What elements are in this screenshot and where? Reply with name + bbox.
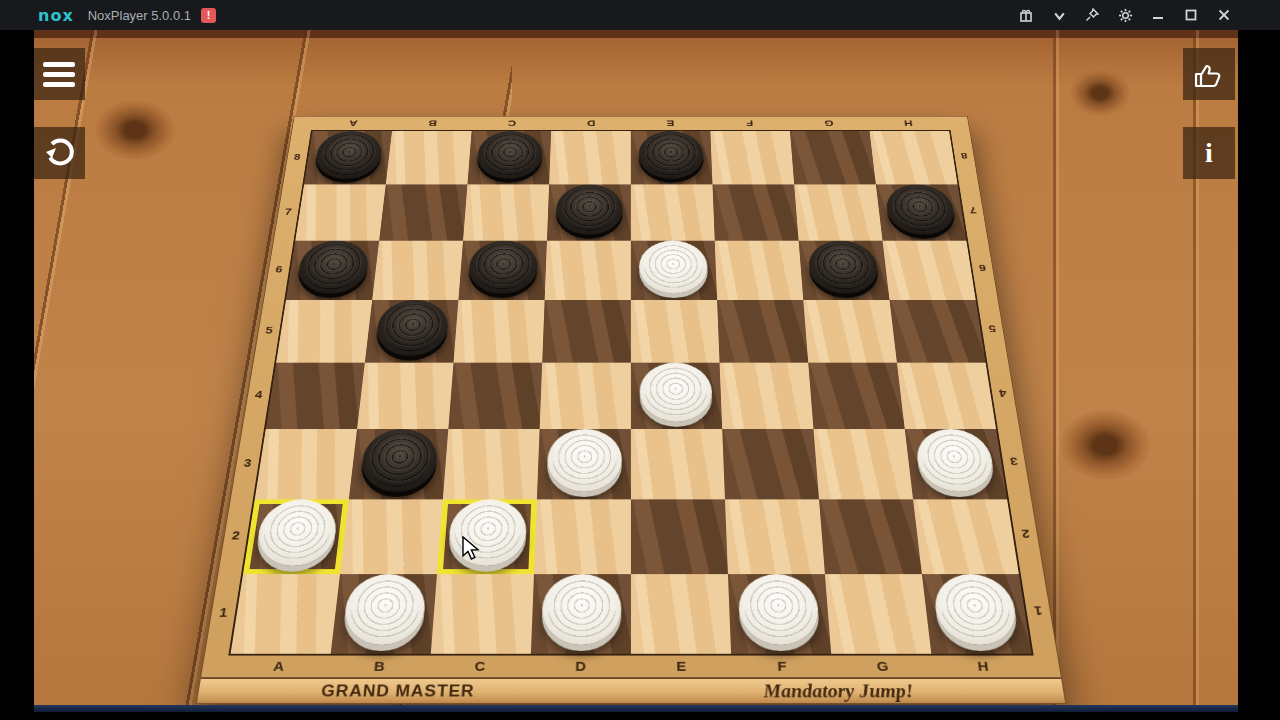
col-label-bottom-A: A: [227, 656, 331, 678]
col-label-bottom-C: C: [429, 656, 531, 678]
checker-white[interactable]: [254, 499, 340, 565]
square-d6[interactable]: [545, 241, 631, 300]
menu-button[interactable]: [33, 48, 85, 100]
square-h1[interactable]: [922, 574, 1032, 654]
settings-gear-icon[interactable]: [1117, 7, 1133, 23]
square-d2[interactable]: [534, 499, 631, 574]
square-b3[interactable]: [349, 429, 449, 499]
letterbox-right: [1238, 30, 1280, 720]
checker-black[interactable]: [884, 184, 957, 234]
checker-black[interactable]: [313, 131, 384, 178]
noxplayer-window: nox NoxPlayer 5.0.0.1 !: [0, 0, 1280, 720]
checker-white[interactable]: [447, 499, 528, 565]
square-g5[interactable]: [803, 300, 897, 363]
wood-knot: [95, 100, 175, 160]
checker-white[interactable]: [541, 574, 621, 645]
hamburger-icon: [43, 62, 75, 87]
square-c5[interactable]: [454, 300, 545, 363]
rotate-replay-icon: [42, 136, 76, 170]
col-label-bottom-G: G: [831, 656, 934, 678]
square-e6[interactable]: [631, 241, 717, 300]
checker-black[interactable]: [359, 429, 439, 492]
title-bar: nox NoxPlayer 5.0.0.1 !: [0, 0, 1280, 30]
gift-icon[interactable]: [1018, 7, 1034, 23]
wood-knot: [1070, 70, 1130, 116]
square-f1[interactable]: [728, 574, 831, 654]
square-b6[interactable]: [372, 241, 463, 300]
letterbox-bottom: [0, 712, 1280, 720]
checkers-board: ABCDEFGH 87654321 87654321 ABCDEFGH GRAN…: [196, 116, 1064, 702]
square-d7[interactable]: [547, 184, 631, 240]
column-labels-bottom: ABCDEFGH: [201, 656, 1061, 678]
square-a8[interactable]: [304, 131, 392, 184]
square-h8[interactable]: [870, 131, 958, 184]
square-c4[interactable]: [448, 363, 542, 429]
col-label-bottom-D: D: [530, 656, 631, 678]
checker-black[interactable]: [807, 241, 880, 294]
col-label-top-E: E: [631, 117, 711, 130]
close-button[interactable]: [1216, 7, 1232, 23]
square-a2[interactable]: [243, 499, 349, 574]
square-c6[interactable]: [458, 241, 547, 300]
square-f4[interactable]: [720, 363, 814, 429]
square-a4[interactable]: [266, 363, 365, 429]
window-title: NoxPlayer 5.0.0.1: [88, 8, 191, 23]
square-a3[interactable]: [255, 429, 357, 499]
square-f7[interactable]: [712, 184, 798, 240]
square-f3[interactable]: [722, 429, 819, 499]
square-c3[interactable]: [443, 429, 540, 499]
frame-corner: [292, 117, 314, 130]
square-g4[interactable]: [808, 363, 905, 429]
checker-white[interactable]: [639, 241, 708, 294]
square-f8[interactable]: [710, 131, 794, 184]
square-h6[interactable]: [882, 241, 975, 300]
square-e8[interactable]: [631, 131, 713, 184]
col-label-bottom-E: E: [631, 656, 732, 678]
col-label-top-F: F: [710, 117, 790, 130]
square-a1[interactable]: [231, 574, 340, 654]
square-c8[interactable]: [467, 131, 551, 184]
difficulty-label: GRAND MASTER: [320, 681, 475, 701]
col-label-top-C: C: [472, 117, 552, 130]
like-button[interactable]: [1183, 48, 1235, 100]
square-b2[interactable]: [340, 499, 443, 574]
checker-black[interactable]: [295, 241, 370, 294]
letterbox-left: [0, 30, 34, 720]
nox-logo: nox: [38, 6, 74, 25]
square-e3[interactable]: [631, 429, 725, 499]
square-c7[interactable]: [463, 184, 549, 240]
col-label-bottom-F: F: [731, 656, 833, 678]
mandatory-jump-message: Mandatory Jump!: [763, 681, 915, 702]
column-labels-top: ABCDEFGH: [292, 117, 969, 130]
square-g3[interactable]: [813, 429, 913, 499]
col-label-top-D: D: [551, 117, 631, 130]
replay-button[interactable]: [33, 127, 85, 179]
square-c1[interactable]: [431, 574, 534, 654]
square-f2[interactable]: [725, 499, 825, 574]
square-d3[interactable]: [537, 429, 631, 499]
square-h5[interactable]: [890, 300, 986, 363]
col-label-top-A: A: [313, 117, 394, 130]
square-b8[interactable]: [386, 131, 472, 184]
square-e4[interactable]: [631, 363, 722, 429]
col-label-bottom-B: B: [328, 656, 431, 678]
square-e5[interactable]: [631, 300, 720, 363]
square-d1[interactable]: [531, 574, 631, 654]
square-b5[interactable]: [365, 300, 459, 363]
checker-black[interactable]: [374, 300, 450, 356]
square-c2[interactable]: [437, 499, 537, 574]
board-grid: [228, 130, 1033, 656]
checker-white[interactable]: [640, 363, 713, 422]
thumbs-up-icon: [1192, 57, 1226, 91]
checker-white[interactable]: [737, 574, 820, 645]
checker-white[interactable]: [931, 574, 1020, 645]
col-label-top-B: B: [392, 117, 473, 130]
square-d4[interactable]: [540, 363, 631, 429]
board-front-edge: GRAND MASTER Mandatory Jump!: [197, 677, 1065, 703]
square-e1[interactable]: [631, 574, 731, 654]
square-h4[interactable]: [897, 363, 996, 429]
square-f6[interactable]: [715, 241, 804, 300]
square-g2[interactable]: [819, 499, 922, 574]
checker-black[interactable]: [476, 131, 544, 178]
notification-badge[interactable]: !: [201, 8, 216, 23]
square-a5[interactable]: [276, 300, 372, 363]
android-nav-strip: [34, 705, 1238, 712]
checker-black[interactable]: [467, 241, 538, 294]
frame-corner: [1032, 656, 1061, 678]
square-b7[interactable]: [379, 184, 467, 240]
col-label-top-G: G: [789, 117, 870, 130]
checker-black[interactable]: [639, 131, 705, 178]
square-e7[interactable]: [631, 184, 715, 240]
pin-icon[interactable]: [1084, 7, 1100, 23]
info-icon: i: [1205, 137, 1213, 169]
checker-white[interactable]: [546, 429, 622, 492]
square-d8[interactable]: [549, 131, 631, 184]
game-area: ABCDEFGH 87654321 87654321 ABCDEFGH GRAN…: [0, 30, 1280, 720]
col-label-bottom-H: H: [932, 656, 1036, 678]
minimize-button[interactable]: [1150, 7, 1166, 23]
square-g8[interactable]: [790, 131, 876, 184]
square-h3[interactable]: [905, 429, 1007, 499]
checker-white[interactable]: [341, 574, 427, 645]
square-f5[interactable]: [717, 300, 808, 363]
square-e2[interactable]: [631, 499, 728, 574]
square-h7[interactable]: [876, 184, 967, 240]
mouse-cursor: [462, 536, 484, 566]
square-g7[interactable]: [794, 184, 882, 240]
square-h2[interactable]: [913, 499, 1019, 574]
checker-black[interactable]: [555, 184, 622, 234]
square-a7[interactable]: [295, 184, 385, 240]
maximize-button[interactable]: [1183, 7, 1199, 23]
wood-knot: [1060, 410, 1150, 480]
square-b4[interactable]: [357, 363, 453, 429]
square-b1[interactable]: [331, 574, 437, 654]
square-g6[interactable]: [799, 241, 890, 300]
frame-corner: [947, 117, 969, 130]
col-label-top-H: H: [868, 117, 949, 130]
square-g1[interactable]: [825, 574, 931, 654]
chevron-down-icon[interactable]: [1051, 7, 1067, 23]
square-d5[interactable]: [542, 300, 631, 363]
checker-white[interactable]: [914, 429, 997, 492]
square-a6[interactable]: [286, 241, 379, 300]
info-button[interactable]: i: [1183, 127, 1235, 179]
frame-corner: [201, 656, 230, 678]
